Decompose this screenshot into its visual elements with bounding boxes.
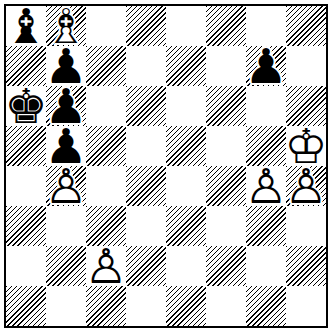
square-c1[interactable]	[86, 286, 126, 326]
black-king-piece: ♚	[6, 86, 46, 126]
square-h7[interactable]	[286, 46, 326, 86]
square-c4[interactable]	[86, 166, 126, 206]
square-g2[interactable]	[246, 246, 286, 286]
square-g1[interactable]	[246, 286, 286, 326]
square-a8[interactable]: ♝	[6, 6, 46, 46]
square-e3[interactable]	[166, 206, 206, 246]
square-h2[interactable]	[286, 246, 326, 286]
square-f8[interactable]	[206, 6, 246, 46]
square-e6[interactable]	[166, 86, 206, 126]
square-c6[interactable]	[86, 86, 126, 126]
square-h3[interactable]	[286, 206, 326, 246]
white-pawn-piece: ♟♙	[46, 166, 86, 206]
square-f3[interactable]	[206, 206, 246, 246]
square-g4[interactable]: ♟♙	[246, 166, 286, 206]
black-pawn-piece: ♟	[246, 46, 286, 86]
square-e2[interactable]	[166, 246, 206, 286]
white-pawn-icon: ♙	[286, 166, 326, 206]
square-e7[interactable]	[166, 46, 206, 86]
square-e8[interactable]	[166, 6, 206, 46]
white-pawn-icon: ♙	[86, 246, 126, 286]
white-pawn-icon: ♙	[246, 166, 286, 206]
square-f2[interactable]	[206, 246, 246, 286]
chess-diagram: ♝♝♗♟♟♚♟♟♚♔♟♙♟♙♟♙♟♙	[0, 0, 332, 332]
square-h8[interactable]	[286, 6, 326, 46]
square-f4[interactable]	[206, 166, 246, 206]
square-a1[interactable]	[6, 286, 46, 326]
square-d6[interactable]	[126, 86, 166, 126]
square-d1[interactable]	[126, 286, 166, 326]
white-pawn-piece: ♟♙	[286, 166, 326, 206]
black-king-icon: ♚	[6, 86, 46, 126]
black-bishop-icon: ♝	[6, 6, 46, 46]
square-c7[interactable]	[86, 46, 126, 86]
square-b3[interactable]	[46, 206, 86, 246]
square-d7[interactable]	[126, 46, 166, 86]
square-a5[interactable]	[6, 126, 46, 166]
square-g7[interactable]: ♟	[246, 46, 286, 86]
chess-board: ♝♝♗♟♟♚♟♟♚♔♟♙♟♙♟♙♟♙	[4, 4, 328, 328]
square-e4[interactable]	[166, 166, 206, 206]
square-e5[interactable]	[166, 126, 206, 166]
square-b2[interactable]	[46, 246, 86, 286]
square-c8[interactable]	[86, 6, 126, 46]
square-d2[interactable]	[126, 246, 166, 286]
square-d4[interactable]	[126, 166, 166, 206]
square-g6[interactable]	[246, 86, 286, 126]
square-c5[interactable]	[86, 126, 126, 166]
square-b1[interactable]	[46, 286, 86, 326]
square-d3[interactable]	[126, 206, 166, 246]
square-h1[interactable]	[286, 286, 326, 326]
black-bishop-piece: ♝	[6, 6, 46, 46]
square-g3[interactable]	[246, 206, 286, 246]
square-d8[interactable]	[126, 6, 166, 46]
square-e1[interactable]	[166, 286, 206, 326]
white-pawn-piece: ♟♙	[246, 166, 286, 206]
square-a6[interactable]: ♚	[6, 86, 46, 126]
square-f1[interactable]	[206, 286, 246, 326]
black-pawn-icon: ♟	[246, 46, 286, 86]
square-c2[interactable]: ♟♙	[86, 246, 126, 286]
square-a3[interactable]	[6, 206, 46, 246]
square-a4[interactable]	[6, 166, 46, 206]
white-pawn-icon: ♙	[46, 166, 86, 206]
square-h4[interactable]: ♟♙	[286, 166, 326, 206]
square-f7[interactable]	[206, 46, 246, 86]
white-pawn-piece: ♟♙	[86, 246, 126, 286]
square-f6[interactable]	[206, 86, 246, 126]
square-f5[interactable]	[206, 126, 246, 166]
square-d5[interactable]	[126, 126, 166, 166]
square-b4[interactable]: ♟♙	[46, 166, 86, 206]
square-a2[interactable]	[6, 246, 46, 286]
